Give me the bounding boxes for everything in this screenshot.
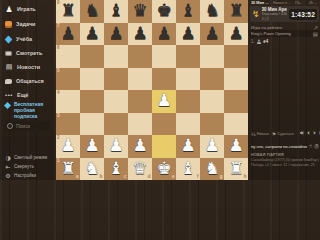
- square-g2[interactable]: ♟: [200, 135, 224, 158]
- rank-label-8: 8: [57, 1, 60, 6]
- move-number: 1.: [251, 39, 255, 44]
- square-a3[interactable]: 3: [56, 113, 80, 136]
- black-pawn[interactable]: ♟: [104, 23, 128, 45]
- white-pawn[interactable]: ♟: [128, 135, 152, 157]
- light-mode-icon: ◑: [5, 154, 11, 161]
- help-icon[interactable]: ?: [314, 144, 319, 149]
- light-mode-toggle[interactable]: ◑ Светлый режим: [5, 153, 47, 161]
- square-c7[interactable]: ♟: [104, 23, 128, 46]
- light-mode-label: Светлый режим: [14, 155, 47, 160]
- collapse-label: Свернуть: [14, 164, 34, 169]
- collapse-icon: ⇤: [5, 163, 11, 170]
- square-c2[interactable]: ♟: [104, 135, 128, 158]
- file-label-d: d: [148, 175, 151, 180]
- square-e4[interactable]: ♟: [152, 90, 176, 113]
- collapse-button[interactable]: ⇤ Свернуть: [5, 162, 34, 170]
- tab-arena[interactable]: 30 Мин Арена: [251, 1, 269, 5]
- rank-label-4: 4: [57, 91, 60, 96]
- square-d5[interactable]: [128, 68, 152, 91]
- news-icon: ▤: [5, 63, 13, 71]
- chess-board[interactable]: 8♜♞♝♛♚♝♞♜7♟♟♟♟♟♟♟♟654♟32♟♟♟♟♟♟♟1a♜b♞c♝d♛…: [56, 0, 248, 180]
- black-pawn[interactable]: ♟: [152, 23, 176, 45]
- watch-icon: [5, 51, 12, 56]
- square-h8[interactable]: ♜: [224, 0, 248, 23]
- file-label-a: a: [76, 175, 79, 180]
- draw-button[interactable]: ½ Ничья: [251, 131, 269, 137]
- square-c3[interactable]: [104, 113, 128, 136]
- square-d3[interactable]: [128, 113, 152, 136]
- square-h6[interactable]: [224, 45, 248, 68]
- lightning-icon: ↯: [252, 10, 260, 19]
- square-d7[interactable]: ♟: [128, 23, 152, 46]
- square-g4[interactable]: [200, 90, 224, 113]
- square-b8[interactable]: ♞: [80, 0, 104, 23]
- sidebar-item-label: Смотреть: [16, 50, 42, 56]
- black-king[interactable]: ♚: [152, 0, 176, 22]
- sidebar-item-label: Учёба: [16, 36, 32, 42]
- rank-label-3: 3: [57, 114, 60, 119]
- puzzle-icon: [5, 21, 12, 28]
- sidebar: ♟ Играть Задачи Учёба Смотреть ▤ Новости…: [0, 0, 56, 180]
- arena-card[interactable]: ↯ 30 Мин Арена Классика • 430 игроков 5 …: [250, 6, 319, 22]
- square-b7[interactable]: ♟: [80, 23, 104, 46]
- black-bishop[interactable]: ♝: [176, 0, 200, 22]
- sidebar-item-play[interactable]: ♟ Играть: [5, 3, 36, 15]
- square-b5[interactable]: [80, 68, 104, 91]
- move-list: 1. ♙ e4: [251, 38, 268, 45]
- square-c5[interactable]: [104, 68, 128, 91]
- black-queen[interactable]: ♛: [128, 0, 152, 22]
- square-f3[interactable]: [176, 113, 200, 136]
- square-d4[interactable]: [128, 90, 152, 113]
- square-f4[interactable]: [176, 90, 200, 113]
- file-label-b: b: [100, 175, 103, 180]
- square-f2[interactable]: ♟: [176, 135, 200, 158]
- move-e4[interactable]: e4: [263, 39, 268, 44]
- chat-bubble-icon: [5, 79, 12, 84]
- square-g3[interactable]: [200, 113, 224, 136]
- tab-new-game[interactable]: Новая партия: [273, 1, 291, 5]
- square-b6[interactable]: [80, 45, 104, 68]
- black-rook[interactable]: ♜: [224, 0, 248, 22]
- sidebar-item-label: Ещё: [17, 92, 28, 98]
- white-pawn[interactable]: ♟: [224, 135, 248, 157]
- tab-players[interactable]: Игроки: [309, 1, 319, 5]
- square-a5[interactable]: 5: [56, 68, 80, 91]
- chat-row: ну что, сыграем по-спокойному? ☝ ?: [251, 143, 319, 149]
- nav-next-button[interactable]: ›: [313, 130, 316, 137]
- arena-timer: 1:43:52: [289, 9, 317, 20]
- free-trial-label: Бесплатная пробная подписка: [14, 101, 52, 119]
- rank-label-2: 2: [57, 136, 60, 141]
- square-a8[interactable]: 8♜: [56, 0, 80, 23]
- white-pawn[interactable]: ♟: [176, 135, 200, 157]
- black-pawn[interactable]: ♟: [224, 23, 248, 45]
- square-h7[interactable]: ♟: [224, 23, 248, 46]
- opening-name: King's Pawn Opening: [251, 31, 313, 36]
- white-pawn-figurine: ♙: [256, 38, 261, 45]
- square-b1[interactable]: b♞: [80, 158, 104, 181]
- search-placeholder: Поиск: [16, 123, 30, 129]
- square-h2[interactable]: ♟: [224, 135, 248, 158]
- game-controls: ½ Ничья ⚑ Сдаться « ‹ › » ≡: [251, 129, 319, 138]
- nav-first-button[interactable]: «: [300, 130, 305, 137]
- square-g6[interactable]: [200, 45, 224, 68]
- square-e8[interactable]: ♚: [152, 0, 176, 23]
- black-pawn[interactable]: ♟: [176, 23, 200, 45]
- square-b4[interactable]: [80, 90, 104, 113]
- sidebar-item-puzzles[interactable]: Задачи: [5, 18, 36, 30]
- file-label-f: f: [197, 175, 199, 180]
- black-pawn[interactable]: ♟: [80, 23, 104, 45]
- square-e6[interactable]: [152, 45, 176, 68]
- file-label-g: g: [220, 175, 223, 180]
- sidebar-item-social[interactable]: Общаться: [5, 75, 44, 87]
- file-label-c: c: [124, 175, 127, 180]
- pawn-icon: ♟: [5, 5, 13, 14]
- diamond-icon: [4, 102, 11, 109]
- square-e7[interactable]: ♟: [152, 23, 176, 46]
- black-knight[interactable]: ♞: [80, 0, 104, 22]
- square-a1[interactable]: 1a♜: [56, 158, 80, 181]
- sidebar-item-news[interactable]: ▤ Новости: [5, 61, 40, 73]
- square-f8[interactable]: ♝: [176, 0, 200, 23]
- square-e2[interactable]: [152, 135, 176, 158]
- nav-prev-button[interactable]: ‹: [307, 130, 310, 137]
- white-pawn[interactable]: ♟: [80, 135, 104, 157]
- draw-label: Ничья: [257, 131, 269, 136]
- sidebar-item-label: Играть: [17, 6, 36, 12]
- black-bishop[interactable]: ♝: [104, 0, 128, 22]
- half-point-icon: ½: [251, 131, 256, 137]
- square-d6[interactable]: [128, 45, 152, 68]
- square-d2[interactable]: ♟: [128, 135, 152, 158]
- square-d8[interactable]: ♛: [128, 0, 152, 23]
- square-a4[interactable]: 4: [56, 90, 80, 113]
- square-e5[interactable]: [152, 68, 176, 91]
- square-f1[interactable]: f♝: [176, 158, 200, 181]
- square-b2[interactable]: ♟: [80, 135, 104, 158]
- white-pawn[interactable]: ♟: [152, 90, 176, 112]
- square-h4[interactable]: [224, 90, 248, 113]
- sidebar-item-watch[interactable]: Смотреть: [5, 47, 42, 59]
- square-a2[interactable]: 2♟: [56, 135, 80, 158]
- search-input[interactable]: Поиск: [4, 121, 50, 131]
- settings-label: Настройки: [14, 173, 36, 178]
- settings-button[interactable]: ⚙ Настройки: [5, 171, 36, 179]
- sidebar-item-label: Общаться: [16, 78, 44, 84]
- file-label-e: e: [172, 175, 175, 180]
- square-c4[interactable]: [104, 90, 128, 113]
- square-c1[interactable]: c♝: [104, 158, 128, 181]
- gear-icon: ⚙: [5, 172, 11, 179]
- free-trial-link[interactable]: Бесплатная пробная подписка: [5, 101, 52, 119]
- more-dots-icon: •••: [5, 92, 13, 98]
- arena-info: 30 Мин Арена Классика • 430 игроков 5 | …: [262, 7, 288, 22]
- black-pawn[interactable]: ♟: [128, 23, 152, 45]
- square-e3[interactable]: [152, 113, 176, 136]
- square-a6[interactable]: 6: [56, 45, 80, 68]
- sidebar-item-label: Задачи: [16, 21, 36, 27]
- black-pawn[interactable]: ♟: [200, 23, 224, 45]
- search-icon: [7, 123, 13, 129]
- square-h1[interactable]: h♜: [224, 158, 248, 181]
- square-e1[interactable]: e♚: [152, 158, 176, 181]
- square-c6[interactable]: [104, 45, 128, 68]
- right-panel: 30 Мин Арена Новая партия Партии Игроки …: [249, 0, 320, 180]
- rank-label-7: 7: [57, 24, 60, 29]
- square-b3[interactable]: [80, 113, 104, 136]
- white-pawn[interactable]: ♟: [104, 135, 128, 157]
- square-g8[interactable]: ♞: [200, 0, 224, 23]
- panel-tabs: 30 Мин Арена Новая партия Партии Игроки: [251, 1, 319, 5]
- resign-label: Сдаться: [277, 131, 293, 136]
- tab-games[interactable]: Партии: [295, 1, 305, 5]
- rank-label-5: 5: [57, 69, 60, 74]
- thumbs-up-icon[interactable]: ☝: [309, 143, 312, 149]
- sidebar-item-more[interactable]: ••• Ещё: [5, 89, 28, 101]
- opening-row: King's Pawn Opening ▤: [249, 30, 320, 37]
- resign-button[interactable]: ⚑ Сдаться: [272, 131, 294, 137]
- square-f7[interactable]: ♟: [176, 23, 200, 46]
- square-g7[interactable]: ♟: [200, 23, 224, 46]
- sidebar-item-label: Новости: [17, 64, 40, 70]
- square-h5[interactable]: [224, 68, 248, 91]
- sidebar-item-learn[interactable]: Учёба: [5, 33, 32, 45]
- opening-book-icon[interactable]: ▤: [313, 31, 318, 37]
- rank-label-6: 6: [57, 46, 60, 51]
- flag-icon: ⚑: [272, 131, 276, 137]
- square-h3[interactable]: [224, 113, 248, 136]
- game-log: НОВАЯ ПАРТИЯ СанчоБайкер (1977) (5) прот…: [251, 153, 319, 168]
- white-pawn[interactable]: ♟: [200, 135, 224, 157]
- square-g1[interactable]: g♞: [200, 158, 224, 181]
- rank-label-1: 1: [57, 159, 60, 164]
- square-a7[interactable]: 7♟: [56, 23, 80, 46]
- square-f5[interactable]: [176, 68, 200, 91]
- log-rating-changes: Победа +2 / ничья -11 / поражение -25: [251, 163, 319, 168]
- chat-message: ну что, сыграем по-спокойному?: [251, 144, 307, 149]
- square-c8[interactable]: ♝: [104, 0, 128, 23]
- square-g5[interactable]: [200, 68, 224, 91]
- black-knight[interactable]: ♞: [200, 0, 224, 22]
- file-label-h: h: [244, 175, 247, 180]
- graduation-icon: [5, 35, 13, 43]
- square-f6[interactable]: [176, 45, 200, 68]
- arena-detail: 5 | 1: [262, 17, 288, 22]
- square-d1[interactable]: d♛: [128, 158, 152, 181]
